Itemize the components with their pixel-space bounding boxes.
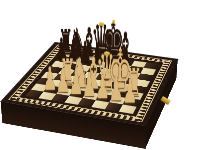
square-a6 xyxy=(51,61,67,68)
square-h1 xyxy=(119,105,137,114)
square-g6 xyxy=(124,72,140,80)
piece-shadow xyxy=(121,61,132,65)
board-frame: ♜♞♝♛♚♝♟♟♟♟♟♟♜♞♝♛♚♜♟♟♟♟♟♟♟ xyxy=(0,42,178,127)
square-h7 xyxy=(140,68,156,75)
piece-shadow xyxy=(115,91,127,96)
square-b4 xyxy=(54,74,71,82)
chess-board: ♜♞♝♛♚♝♟♟♟♟♟♟♜♞♝♛♚♜♟♟♟♟♟♟♟ xyxy=(0,42,178,127)
photo-scene: ♜♞♝♛♚♝♟♟♟♟♟♟♜♞♝♛♚♜♟♟♟♟♟♟♟ xyxy=(0,0,200,150)
king-brass-finial-icon xyxy=(119,46,121,53)
queen-crown-tips-icon xyxy=(99,22,104,26)
square-h3: ♜ xyxy=(127,91,144,100)
square-h6 xyxy=(137,73,153,81)
piece-shadow xyxy=(118,66,129,71)
king-brass-finial-icon xyxy=(112,17,114,23)
piece-shadow xyxy=(105,64,116,69)
piece-shadow xyxy=(72,91,84,96)
piece-shadow xyxy=(102,89,114,94)
